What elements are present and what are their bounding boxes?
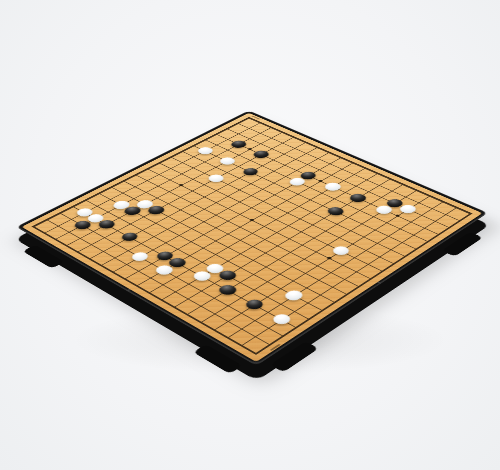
- hoshi-dot: [251, 303, 257, 307]
- white-stone: [217, 156, 237, 166]
- white-stone: [270, 312, 294, 326]
- folding-seam: [371, 279, 381, 284]
- black-stone: [154, 250, 177, 263]
- hoshi-dot: [247, 148, 252, 151]
- black-stone: [166, 256, 189, 269]
- white-stone: [206, 173, 227, 184]
- black-stone: [251, 149, 271, 159]
- white-stone: [322, 181, 343, 192]
- black-stone: [119, 231, 141, 243]
- hoshi-dot: [174, 261, 180, 264]
- edge-marking: [270, 344, 281, 351]
- black-stone: [229, 139, 249, 149]
- white-stone: [153, 264, 176, 277]
- black-stone: [216, 269, 239, 282]
- go-board: [34, 118, 469, 353]
- hoshi-dot: [318, 180, 323, 183]
- black-stone: [216, 283, 240, 297]
- white-stone: [191, 269, 214, 282]
- hoshi-dot: [394, 214, 400, 217]
- white-stone: [282, 289, 306, 303]
- black-stone: [240, 166, 261, 176]
- folding-seam: [126, 286, 136, 292]
- hoshi-dot: [249, 219, 255, 222]
- black-stone: [347, 193, 368, 204]
- black-stone: [242, 297, 266, 311]
- white-stone: [329, 244, 352, 256]
- product-photo-stage: [0, 0, 500, 470]
- board-scene: [98, 66, 406, 374]
- hoshi-dot: [179, 184, 184, 187]
- white-stone: [129, 250, 152, 263]
- white-stone: [195, 146, 215, 156]
- black-stone: [325, 205, 347, 216]
- hoshi-dot: [326, 256, 332, 259]
- white-stone: [204, 262, 227, 275]
